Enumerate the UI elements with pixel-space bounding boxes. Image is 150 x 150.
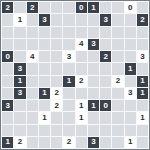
cell-r8c1[interactable] <box>2 88 13 99</box>
cell-r3c5[interactable] <box>51 27 62 38</box>
cell-r3c11[interactable] <box>125 27 136 38</box>
cell-r2c8[interactable] <box>88 14 99 25</box>
cell-r5c1[interactable]: 0 <box>2 51 13 62</box>
cell-r12c12[interactable] <box>137 137 148 148</box>
cell-r6c1[interactable] <box>2 63 13 74</box>
cell-r9c6[interactable] <box>63 100 74 111</box>
cell-r10c10[interactable] <box>112 112 123 123</box>
cell-r8c11[interactable]: 3 <box>125 88 136 99</box>
cell-r1c7[interactable]: 0 <box>76 2 87 13</box>
cell-r10c9[interactable] <box>100 112 111 123</box>
cell-r7c12[interactable]: 1 <box>137 76 148 87</box>
cell-r8c5[interactable]: 2 <box>51 88 62 99</box>
cell-r3c7[interactable] <box>76 27 87 38</box>
cell-r9c4[interactable] <box>39 100 50 111</box>
cell-r4c9[interactable] <box>100 39 111 50</box>
cell-r4c4[interactable] <box>39 39 50 50</box>
cell-r1c10[interactable] <box>112 2 123 13</box>
cell-r2c3[interactable] <box>27 14 38 25</box>
cell-r2c10[interactable] <box>112 14 123 25</box>
cell-r9c10[interactable] <box>112 100 123 111</box>
cell-r5c3[interactable]: 4 <box>27 51 38 62</box>
cell-r6c7[interactable] <box>76 63 87 74</box>
cell-r12c6[interactable]: 2 <box>63 137 74 148</box>
cell-r6c8[interactable] <box>88 63 99 74</box>
cell-r8c2[interactable]: 3 <box>14 88 25 99</box>
cell-r7c1[interactable] <box>2 76 13 87</box>
cell-r8c10[interactable] <box>112 88 123 99</box>
cell-r4c12[interactable] <box>137 39 148 50</box>
cell-r6c9[interactable] <box>100 63 111 74</box>
cell-r10c8[interactable] <box>88 112 99 123</box>
cell-r4c7[interactable]: 4 <box>76 39 87 50</box>
cell-r11c4[interactable] <box>39 125 50 136</box>
cell-r11c10[interactable] <box>112 125 123 136</box>
cell-r12c7[interactable] <box>76 137 87 148</box>
cell-r4c1[interactable] <box>2 39 13 50</box>
cell-r2c11[interactable] <box>125 14 136 25</box>
cell-r12c4[interactable] <box>39 137 50 148</box>
cell-r10c5[interactable] <box>51 112 62 123</box>
cell-r12c8[interactable]: 3 <box>88 137 99 148</box>
cell-r11c1[interactable] <box>2 125 13 136</box>
cell-r1c2[interactable] <box>14 2 25 13</box>
cell-r12c1[interactable]: 1 <box>2 137 13 148</box>
cell-r9c7[interactable]: 1 <box>76 100 87 111</box>
cell-r7c11[interactable] <box>125 76 136 87</box>
cell-r5c7[interactable] <box>76 51 87 62</box>
cell-r6c2[interactable]: 3 <box>14 63 25 74</box>
cell-r3c8[interactable] <box>88 27 99 38</box>
cell-r7c7[interactable]: 2 <box>76 76 87 87</box>
cell-r5c9[interactable]: 2 <box>100 51 111 62</box>
cell-r9c5[interactable]: 2 <box>51 100 62 111</box>
cell-r12c10[interactable] <box>112 137 123 148</box>
cell-r11c12[interactable] <box>137 125 148 136</box>
cell-r4c10[interactable] <box>112 39 123 50</box>
cell-r10c12[interactable]: 1 <box>137 112 148 123</box>
cell-r9c8[interactable]: 1 <box>88 100 99 111</box>
cell-r10c2[interactable] <box>14 112 25 123</box>
cell-r11c3[interactable] <box>27 125 38 136</box>
cell-r5c8[interactable] <box>88 51 99 62</box>
cell-r3c2[interactable] <box>14 27 25 38</box>
cell-r10c3[interactable] <box>27 112 38 123</box>
cell-r2c12[interactable]: 2 <box>137 14 148 25</box>
cell-r11c8[interactable] <box>88 125 99 136</box>
cell-r10c1[interactable] <box>2 112 13 123</box>
cell-r1c11[interactable]: 0 <box>125 2 136 13</box>
cell-r2c5[interactable] <box>51 14 62 25</box>
cell-r3c3[interactable] <box>27 27 38 38</box>
cell-r2c4[interactable]: 3 <box>39 14 50 25</box>
cell-r5c12[interactable]: 3 <box>137 51 148 62</box>
cell-r11c11[interactable] <box>125 125 136 136</box>
cell-r6c11[interactable]: 1 <box>125 63 136 74</box>
cell-r12c2[interactable]: 2 <box>14 137 25 148</box>
cell-r1c12[interactable] <box>137 2 148 13</box>
cell-r8c6[interactable] <box>63 88 74 99</box>
cell-r11c2[interactable] <box>14 125 25 136</box>
cell-r5c6[interactable]: 3 <box>63 51 74 62</box>
cell-r7c6[interactable]: 1 <box>63 76 74 87</box>
cell-r11c7[interactable] <box>76 125 87 136</box>
cell-r8c9[interactable] <box>100 88 111 99</box>
cell-r7c10[interactable]: 2 <box>112 76 123 87</box>
cell-r4c5[interactable] <box>51 39 62 50</box>
cell-r10c11[interactable] <box>125 112 136 123</box>
cell-r11c6[interactable] <box>63 125 74 136</box>
cell-r3c9[interactable] <box>100 27 111 38</box>
cell-r2c2[interactable]: 1 <box>14 14 25 25</box>
cell-r8c7[interactable] <box>76 88 87 99</box>
cell-r6c3[interactable] <box>27 63 38 74</box>
cell-r11c5[interactable] <box>51 125 62 136</box>
cell-r5c5[interactable] <box>51 51 62 62</box>
cell-r3c12[interactable] <box>137 27 148 38</box>
cell-r9c3[interactable] <box>27 100 38 111</box>
cell-r2c1[interactable] <box>2 14 13 25</box>
cell-r12c9[interactable] <box>100 137 111 148</box>
cell-r3c4[interactable] <box>39 27 50 38</box>
cell-r8c12[interactable]: 1 <box>137 88 148 99</box>
cell-r4c2[interactable] <box>14 39 25 50</box>
cell-r10c4[interactable]: 1 <box>39 112 50 123</box>
cell-r1c5[interactable] <box>51 2 62 13</box>
cell-r7c3[interactable] <box>27 76 38 87</box>
cell-r1c4[interactable] <box>39 2 50 13</box>
cell-r8c3[interactable] <box>27 88 38 99</box>
cell-r2c7[interactable] <box>76 14 87 25</box>
cell-r10c7[interactable]: 1 <box>76 112 87 123</box>
cell-r2c6[interactable] <box>63 14 74 25</box>
cell-r6c5[interactable] <box>51 63 62 74</box>
cell-r12c3[interactable] <box>27 137 38 148</box>
cell-r2c9[interactable]: 3 <box>100 14 111 25</box>
cell-r4c3[interactable] <box>27 39 38 50</box>
cell-r11c9[interactable] <box>100 125 111 136</box>
cell-r5c10[interactable] <box>112 51 123 62</box>
cell-r9c2[interactable] <box>14 100 25 111</box>
cell-r7c5[interactable] <box>51 76 62 87</box>
cell-r12c5[interactable] <box>51 137 62 148</box>
cell-r7c9[interactable] <box>100 76 111 87</box>
cell-r1c9[interactable] <box>100 2 111 13</box>
cell-r6c4[interactable] <box>39 63 50 74</box>
cell-r9c1[interactable]: 3 <box>2 100 13 111</box>
cell-r5c4[interactable] <box>39 51 50 62</box>
cell-r12c11[interactable]: 1 <box>125 137 136 148</box>
cell-r7c8[interactable] <box>88 76 99 87</box>
cell-r6c10[interactable] <box>112 63 123 74</box>
cell-r6c12[interactable] <box>137 63 148 74</box>
cell-r5c11[interactable] <box>125 51 136 62</box>
cell-r8c4[interactable]: 1 <box>39 88 50 99</box>
cell-r9c11[interactable] <box>125 100 136 111</box>
cell-r8c8[interactable] <box>88 88 99 99</box>
cell-r4c8[interactable]: 3 <box>88 39 99 50</box>
cell-r1c6[interactable] <box>63 2 74 13</box>
cell-r1c8[interactable]: 1 <box>88 2 99 13</box>
cell-r6c6[interactable] <box>63 63 74 74</box>
cell-r4c11[interactable] <box>125 39 136 50</box>
cell-r3c10[interactable] <box>112 27 123 38</box>
cell-r1c3[interactable]: 2 <box>27 2 38 13</box>
cell-r10c6[interactable] <box>63 112 74 123</box>
cell-r4c6[interactable] <box>63 39 74 50</box>
cell-r3c6[interactable] <box>63 27 74 38</box>
cell-r9c12[interactable] <box>137 100 148 111</box>
puzzle-board: 2201013324304323311122131231321101111223… <box>0 0 150 150</box>
cell-r1c1[interactable]: 2 <box>2 2 13 13</box>
cell-r9c9[interactable]: 0 <box>100 100 111 111</box>
cell-r7c4[interactable] <box>39 76 50 87</box>
cell-r3c1[interactable] <box>2 27 13 38</box>
cell-r5c2[interactable] <box>14 51 25 62</box>
cell-r7c2[interactable]: 1 <box>14 76 25 87</box>
